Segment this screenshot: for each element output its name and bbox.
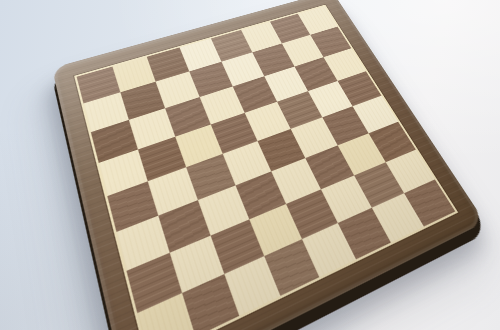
photo-scene bbox=[0, 0, 500, 330]
